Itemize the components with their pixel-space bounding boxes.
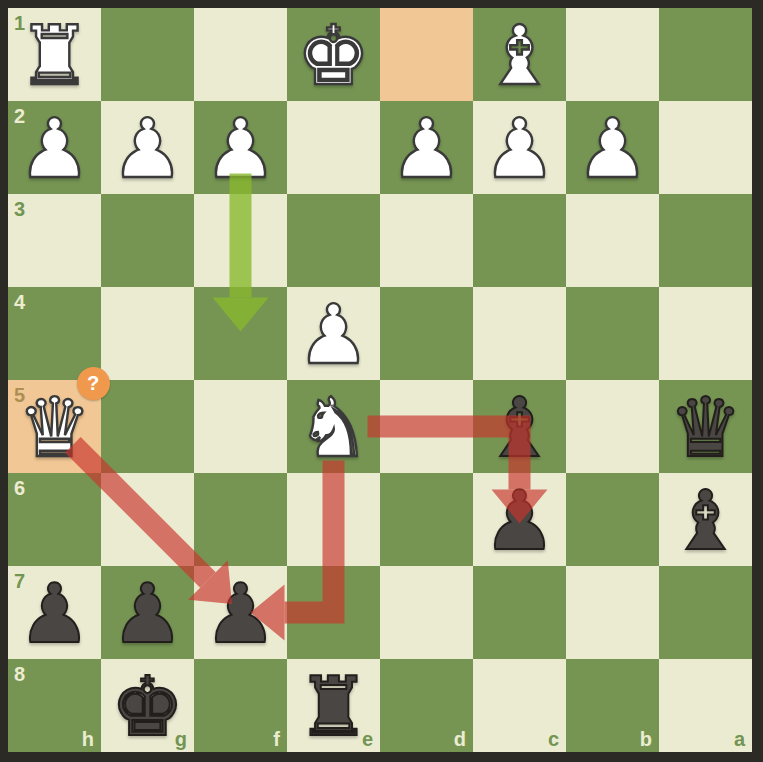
square-d3[interactable]	[380, 194, 473, 287]
square-h3[interactable]: 3	[8, 194, 101, 287]
square-d7[interactable]	[380, 566, 473, 659]
square-a4[interactable]	[659, 287, 752, 380]
square-f8[interactable]: f	[194, 659, 287, 752]
piece-white-king-e1[interactable]: ♚	[287, 8, 380, 101]
piece-white-pawn-f2[interactable]: ♟	[194, 101, 287, 194]
mistake-badge: ?	[77, 367, 110, 400]
square-b3[interactable]	[566, 194, 659, 287]
square-a1[interactable]	[659, 8, 752, 101]
square-c4[interactable]	[473, 287, 566, 380]
square-c3[interactable]	[473, 194, 566, 287]
square-b4[interactable]	[566, 287, 659, 380]
square-d4[interactable]	[380, 287, 473, 380]
board-frame: 12345678hgfedcba♜♚♝♟♟♟♟♟♟♟♛♞♝♛♟♝♟♟♟♚♜ ?	[0, 0, 763, 762]
square-d5[interactable]	[380, 380, 473, 473]
piece-black-queen-a5[interactable]: ♛	[659, 380, 752, 473]
square-a2[interactable]	[659, 101, 752, 194]
square-f3[interactable]	[194, 194, 287, 287]
square-a3[interactable]	[659, 194, 752, 287]
square-g3[interactable]	[101, 194, 194, 287]
square-b7[interactable]	[566, 566, 659, 659]
file-label-h: h	[82, 729, 94, 749]
rank-label-4: 4	[14, 292, 25, 312]
chess-board[interactable]: 12345678hgfedcba♜♚♝♟♟♟♟♟♟♟♛♞♝♛♟♝♟♟♟♚♜	[8, 8, 752, 752]
piece-white-pawn-c2[interactable]: ♟	[473, 101, 566, 194]
piece-white-pawn-h2[interactable]: ♟	[8, 101, 101, 194]
piece-white-pawn-e4[interactable]: ♟	[287, 287, 380, 380]
square-b6[interactable]	[566, 473, 659, 566]
file-label-c: c	[548, 729, 559, 749]
rank-label-6: 6	[14, 478, 25, 498]
square-b5[interactable]	[566, 380, 659, 473]
square-h6[interactable]: 6	[8, 473, 101, 566]
square-e6[interactable]	[287, 473, 380, 566]
square-e7[interactable]	[287, 566, 380, 659]
square-e2[interactable]	[287, 101, 380, 194]
file-label-a: a	[734, 729, 745, 749]
piece-white-pawn-g2[interactable]: ♟	[101, 101, 194, 194]
piece-white-pawn-b2[interactable]: ♟	[566, 101, 659, 194]
piece-black-bishop-a6[interactable]: ♝	[659, 473, 752, 566]
square-f5[interactable]	[194, 380, 287, 473]
piece-white-rook-h1[interactable]: ♜	[8, 8, 101, 101]
square-f4[interactable]	[194, 287, 287, 380]
piece-black-pawn-g7[interactable]: ♟	[101, 566, 194, 659]
square-f6[interactable]	[194, 473, 287, 566]
piece-white-pawn-d2[interactable]: ♟	[380, 101, 473, 194]
piece-black-bishop-c5[interactable]: ♝	[473, 380, 566, 473]
square-f1[interactable]	[194, 8, 287, 101]
piece-black-pawn-f7[interactable]: ♟	[194, 566, 287, 659]
square-g4[interactable]	[101, 287, 194, 380]
square-e3[interactable]	[287, 194, 380, 287]
square-h8[interactable]: 8h	[8, 659, 101, 752]
piece-black-pawn-h7[interactable]: ♟	[8, 566, 101, 659]
mistake-symbol: ?	[87, 372, 99, 395]
piece-black-rook-e8[interactable]: ♜	[287, 659, 380, 752]
piece-black-pawn-c6[interactable]: ♟	[473, 473, 566, 566]
square-d1[interactable]	[380, 8, 473, 101]
square-c7[interactable]	[473, 566, 566, 659]
piece-black-king-g8[interactable]: ♚	[101, 659, 194, 752]
rank-label-3: 3	[14, 199, 25, 219]
square-a7[interactable]	[659, 566, 752, 659]
square-d6[interactable]	[380, 473, 473, 566]
file-label-b: b	[640, 729, 652, 749]
file-label-f: f	[273, 729, 280, 749]
piece-white-bishop-c1[interactable]: ♝	[473, 8, 566, 101]
square-a8[interactable]: a	[659, 659, 752, 752]
square-b8[interactable]: b	[566, 659, 659, 752]
piece-white-knight-e5[interactable]: ♞	[287, 380, 380, 473]
square-g5[interactable]	[101, 380, 194, 473]
square-d8[interactable]: d	[380, 659, 473, 752]
square-c8[interactable]: c	[473, 659, 566, 752]
square-h4[interactable]: 4	[8, 287, 101, 380]
square-g6[interactable]	[101, 473, 194, 566]
rank-label-8: 8	[14, 664, 25, 684]
square-b1[interactable]	[566, 8, 659, 101]
file-label-d: d	[454, 729, 466, 749]
square-g1[interactable]	[101, 8, 194, 101]
